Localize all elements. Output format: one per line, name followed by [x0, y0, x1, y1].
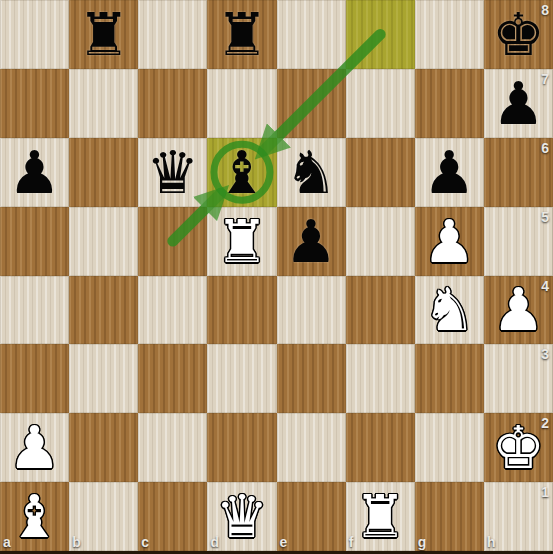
black-pawn-h7[interactable]: ♟	[484, 69, 553, 138]
square-h6[interactable]: 6	[484, 138, 553, 207]
square-b2[interactable]	[69, 413, 138, 482]
square-b4[interactable]	[69, 276, 138, 345]
square-d6[interactable]: ♝	[207, 138, 276, 207]
file-label-g: g	[418, 534, 427, 550]
white-queen-d1[interactable]: ♛	[207, 482, 276, 551]
square-e7[interactable]	[277, 69, 346, 138]
square-c5[interactable]	[138, 207, 207, 276]
white-rook-d5[interactable]: ♜	[207, 207, 276, 276]
square-g2[interactable]	[415, 413, 484, 482]
chess-board: ♜♜8♚7♟♟♛♝♞♟6♜♟♟5♞4♟3♟2♚a♝bcd♛ef♜gh1	[0, 0, 553, 554]
white-pawn-a2[interactable]: ♟	[0, 413, 69, 482]
black-rook-d8[interactable]: ♜	[207, 0, 276, 69]
square-a4[interactable]	[0, 276, 69, 345]
square-b3[interactable]	[69, 344, 138, 413]
square-h7[interactable]: 7♟	[484, 69, 553, 138]
black-pawn-g6[interactable]: ♟	[415, 138, 484, 207]
black-queen-c6[interactable]: ♛	[138, 138, 207, 207]
square-h5[interactable]: 5	[484, 207, 553, 276]
square-g4[interactable]: ♞	[415, 276, 484, 345]
square-f2[interactable]	[346, 413, 415, 482]
square-f6[interactable]	[346, 138, 415, 207]
square-f7[interactable]	[346, 69, 415, 138]
square-a5[interactable]	[0, 207, 69, 276]
black-king-h8[interactable]: ♚	[484, 0, 553, 69]
rank-label-6: 6	[541, 140, 549, 156]
square-d3[interactable]	[207, 344, 276, 413]
square-c7[interactable]	[138, 69, 207, 138]
square-h8[interactable]: 8♚	[484, 0, 553, 69]
square-e8[interactable]	[277, 0, 346, 69]
rank-label-5: 5	[541, 209, 549, 225]
square-h3[interactable]: 3	[484, 344, 553, 413]
square-d5[interactable]: ♜	[207, 207, 276, 276]
file-label-c: c	[141, 534, 149, 550]
square-b1[interactable]: b	[69, 482, 138, 551]
square-d1[interactable]: d♛	[207, 482, 276, 551]
white-rook-f1[interactable]: ♜	[346, 482, 415, 551]
square-g6[interactable]: ♟	[415, 138, 484, 207]
square-f1[interactable]: f♜	[346, 482, 415, 551]
square-f3[interactable]	[346, 344, 415, 413]
square-b7[interactable]	[69, 69, 138, 138]
square-e2[interactable]	[277, 413, 346, 482]
file-label-h: h	[487, 534, 496, 550]
square-c4[interactable]	[138, 276, 207, 345]
black-pawn-e5[interactable]: ♟	[277, 207, 346, 276]
square-h4[interactable]: 4♟	[484, 276, 553, 345]
square-c2[interactable]	[138, 413, 207, 482]
square-g8[interactable]	[415, 0, 484, 69]
square-f4[interactable]	[346, 276, 415, 345]
square-c8[interactable]	[138, 0, 207, 69]
rank-label-1: 1	[541, 484, 549, 500]
square-d8[interactable]: ♜	[207, 0, 276, 69]
black-knight-e6[interactable]: ♞	[277, 138, 346, 207]
square-d2[interactable]	[207, 413, 276, 482]
black-bishop-d6[interactable]: ♝	[207, 138, 276, 207]
square-d4[interactable]	[207, 276, 276, 345]
square-b6[interactable]	[69, 138, 138, 207]
square-a1[interactable]: a♝	[0, 482, 69, 551]
square-f8[interactable]	[346, 0, 415, 69]
square-a2[interactable]: ♟	[0, 413, 69, 482]
black-rook-b8[interactable]: ♜	[69, 0, 138, 69]
square-c3[interactable]	[138, 344, 207, 413]
white-pawn-g5[interactable]: ♟	[415, 207, 484, 276]
chess-app: ♜♜8♚7♟♟♛♝♞♟6♜♟♟5♞4♟3♟2♚a♝bcd♛ef♜gh1	[0, 0, 553, 554]
square-c1[interactable]: c	[138, 482, 207, 551]
square-e1[interactable]: e	[277, 482, 346, 551]
white-pawn-h4[interactable]: ♟	[484, 276, 553, 345]
file-label-e: e	[280, 534, 288, 550]
square-e3[interactable]	[277, 344, 346, 413]
square-a6[interactable]: ♟	[0, 138, 69, 207]
square-a3[interactable]	[0, 344, 69, 413]
square-a7[interactable]	[0, 69, 69, 138]
rank-label-3: 3	[541, 346, 549, 362]
square-f5[interactable]	[346, 207, 415, 276]
square-e6[interactable]: ♞	[277, 138, 346, 207]
square-g5[interactable]: ♟	[415, 207, 484, 276]
white-bishop-a1[interactable]: ♝	[0, 482, 69, 551]
square-g7[interactable]	[415, 69, 484, 138]
square-a8[interactable]	[0, 0, 69, 69]
square-h2[interactable]: 2♚	[484, 413, 553, 482]
square-e5[interactable]: ♟	[277, 207, 346, 276]
white-king-h2[interactable]: ♚	[484, 413, 553, 482]
file-label-b: b	[72, 534, 81, 550]
square-b5[interactable]	[69, 207, 138, 276]
white-knight-g4[interactable]: ♞	[415, 276, 484, 345]
square-g1[interactable]: g	[415, 482, 484, 551]
black-pawn-a6[interactable]: ♟	[0, 138, 69, 207]
square-d7[interactable]	[207, 69, 276, 138]
square-c6[interactable]: ♛	[138, 138, 207, 207]
square-b8[interactable]: ♜	[69, 0, 138, 69]
square-e4[interactable]	[277, 276, 346, 345]
square-h1[interactable]: h1	[484, 482, 553, 551]
square-g3[interactable]	[415, 344, 484, 413]
